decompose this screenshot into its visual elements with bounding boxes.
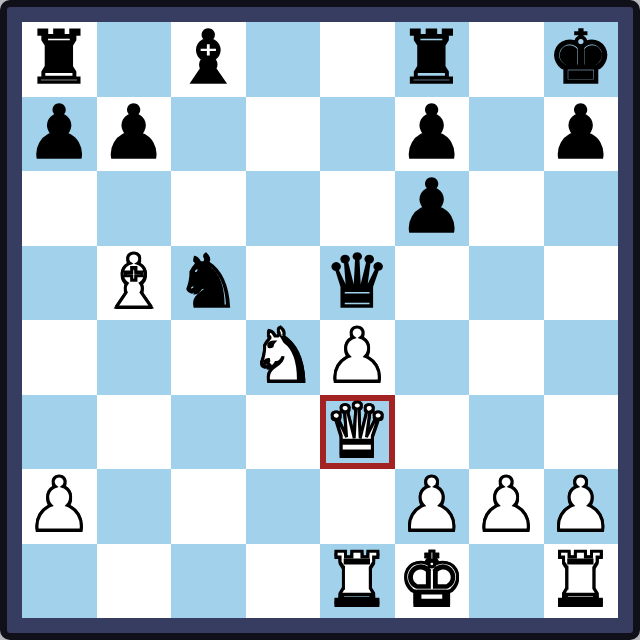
- square-h3[interactable]: [544, 395, 619, 470]
- square-b7[interactable]: ♟: [97, 97, 172, 172]
- piece-white-pawn-e4: ♟: [324, 318, 390, 392]
- square-e3-highlighted[interactable]: ♛: [320, 395, 395, 470]
- piece-white-knight-d4: ♞: [250, 318, 316, 392]
- chess-board: ♜♝♜♚♟♟♟♟♟♝♞♛♞♟♛♟♟♟♟♜♚♜: [22, 22, 618, 618]
- square-d2[interactable]: [246, 469, 321, 544]
- square-h8[interactable]: ♚: [544, 22, 619, 97]
- square-c5[interactable]: ♞: [171, 246, 246, 321]
- square-c3[interactable]: [171, 395, 246, 470]
- piece-black-pawn-b7: ♟: [101, 95, 167, 169]
- square-b8[interactable]: [97, 22, 172, 97]
- square-d6[interactable]: [246, 171, 321, 246]
- piece-black-rook-f8: ♜: [399, 20, 465, 94]
- board-outer-frame: ♜♝♜♚♟♟♟♟♟♝♞♛♞♟♛♟♟♟♟♜♚♜: [0, 0, 640, 640]
- square-b3[interactable]: [97, 395, 172, 470]
- piece-black-knight-c5: ♞: [175, 244, 241, 318]
- square-c4[interactable]: [171, 320, 246, 395]
- square-a2[interactable]: ♟: [22, 469, 97, 544]
- square-d4[interactable]: ♞: [246, 320, 321, 395]
- piece-black-bishop-c8: ♝: [175, 20, 241, 94]
- square-d7[interactable]: [246, 97, 321, 172]
- square-a3[interactable]: [22, 395, 97, 470]
- square-e7[interactable]: [320, 97, 395, 172]
- square-h2[interactable]: ♟: [544, 469, 619, 544]
- square-h7[interactable]: ♟: [544, 97, 619, 172]
- square-d3[interactable]: [246, 395, 321, 470]
- square-a1[interactable]: [22, 544, 97, 619]
- square-d1[interactable]: [246, 544, 321, 619]
- square-e4[interactable]: ♟: [320, 320, 395, 395]
- square-e6[interactable]: [320, 171, 395, 246]
- square-g6[interactable]: [469, 171, 544, 246]
- square-c7[interactable]: [171, 97, 246, 172]
- square-e1[interactable]: ♜: [320, 544, 395, 619]
- square-g4[interactable]: [469, 320, 544, 395]
- square-f2[interactable]: ♟: [395, 469, 470, 544]
- square-g7[interactable]: [469, 97, 544, 172]
- piece-white-rook-e1: ♜: [324, 542, 390, 616]
- square-h5[interactable]: [544, 246, 619, 321]
- square-f4[interactable]: [395, 320, 470, 395]
- square-g5[interactable]: [469, 246, 544, 321]
- square-b1[interactable]: [97, 544, 172, 619]
- piece-white-rook-h1: ♜: [548, 542, 614, 616]
- square-b2[interactable]: [97, 469, 172, 544]
- piece-white-pawn-f2: ♟: [399, 467, 465, 541]
- square-e2[interactable]: [320, 469, 395, 544]
- square-a8[interactable]: ♜: [22, 22, 97, 97]
- square-e5[interactable]: ♛: [320, 246, 395, 321]
- square-e8[interactable]: [320, 22, 395, 97]
- square-f1[interactable]: ♚: [395, 544, 470, 619]
- square-h4[interactable]: [544, 320, 619, 395]
- square-g1[interactable]: [469, 544, 544, 619]
- square-c1[interactable]: [171, 544, 246, 619]
- piece-white-pawn-h2: ♟: [548, 467, 614, 541]
- piece-black-pawn-f7: ♟: [399, 95, 465, 169]
- piece-black-king-h8: ♚: [548, 20, 614, 94]
- square-b5[interactable]: ♝: [97, 246, 172, 321]
- square-h6[interactable]: [544, 171, 619, 246]
- piece-white-queen-e3: ♛: [324, 393, 390, 467]
- square-g2[interactable]: ♟: [469, 469, 544, 544]
- piece-white-bishop-b5: ♝: [101, 244, 167, 318]
- square-c8[interactable]: ♝: [171, 22, 246, 97]
- piece-black-pawn-h7: ♟: [548, 95, 614, 169]
- square-c6[interactable]: [171, 171, 246, 246]
- square-b4[interactable]: [97, 320, 172, 395]
- square-c2[interactable]: [171, 469, 246, 544]
- square-a7[interactable]: ♟: [22, 97, 97, 172]
- square-a4[interactable]: [22, 320, 97, 395]
- square-a6[interactable]: [22, 171, 97, 246]
- square-d5[interactable]: [246, 246, 321, 321]
- square-f5[interactable]: [395, 246, 470, 321]
- square-b6[interactable]: [97, 171, 172, 246]
- square-d8[interactable]: [246, 22, 321, 97]
- square-g8[interactable]: [469, 22, 544, 97]
- square-g3[interactable]: [469, 395, 544, 470]
- piece-white-pawn-a2: ♟: [26, 467, 92, 541]
- square-a5[interactable]: [22, 246, 97, 321]
- square-f3[interactable]: [395, 395, 470, 470]
- square-f8[interactable]: ♜: [395, 22, 470, 97]
- piece-white-king-f1: ♚: [399, 542, 465, 616]
- piece-black-rook-a8: ♜: [26, 20, 92, 94]
- piece-black-pawn-f6: ♟: [399, 169, 465, 243]
- square-f7[interactable]: ♟: [395, 97, 470, 172]
- piece-black-pawn-a7: ♟: [26, 95, 92, 169]
- board-border: ♜♝♜♚♟♟♟♟♟♝♞♛♞♟♛♟♟♟♟♜♚♜: [7, 7, 633, 633]
- square-f6[interactable]: ♟: [395, 171, 470, 246]
- piece-white-pawn-g2: ♟: [473, 467, 539, 541]
- piece-black-queen-e5: ♛: [324, 244, 390, 318]
- square-h1[interactable]: ♜: [544, 544, 619, 619]
